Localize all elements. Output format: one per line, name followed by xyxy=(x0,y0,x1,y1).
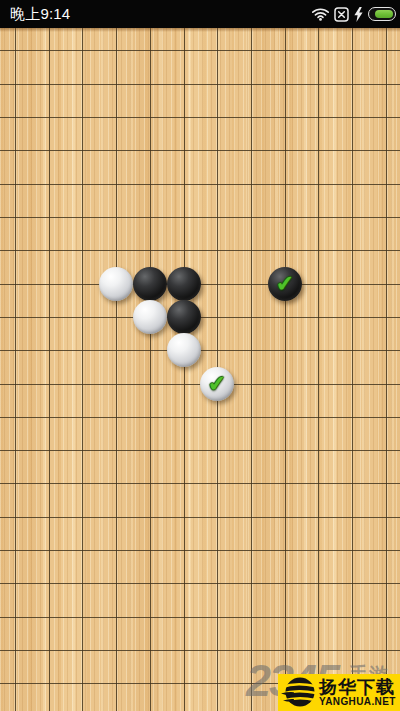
grid-line-vertical xyxy=(150,28,151,711)
grid-line-vertical xyxy=(116,28,117,711)
globe-swoosh-logo xyxy=(280,675,316,710)
stone-black xyxy=(133,267,167,301)
stone-white-confirm[interactable]: ✔ xyxy=(200,367,234,401)
grid-line-horizontal xyxy=(0,150,400,151)
go-board[interactable]: 2345 手游网 扬华下载 YANGHUA.NET ✔✔ xyxy=(0,28,400,711)
badge-title: 扬华下载 xyxy=(319,678,396,696)
grid-line-horizontal xyxy=(0,650,400,651)
charging-bolt-icon xyxy=(354,7,363,22)
grid-line-vertical xyxy=(15,28,16,711)
grid-line-vertical xyxy=(251,28,252,711)
status-bar: 晚上9:14 xyxy=(0,0,400,28)
grid-line-horizontal xyxy=(0,450,400,451)
grid-line-horizontal xyxy=(0,50,400,51)
confirm-check-icon: ✔ xyxy=(266,265,302,301)
grid-line-horizontal xyxy=(0,417,400,418)
grid-line-vertical xyxy=(285,28,286,711)
stone-black xyxy=(167,267,201,301)
badge-subtitle: YANGHUA.NET xyxy=(319,697,396,707)
grid-line-horizontal xyxy=(0,550,400,551)
grid-line-horizontal xyxy=(0,250,400,251)
grid-line-horizontal xyxy=(0,483,400,484)
wifi-icon xyxy=(312,8,329,21)
grid-line-vertical xyxy=(49,28,50,711)
stone-black-confirm[interactable]: ✔ xyxy=(268,267,302,301)
grid-line-horizontal xyxy=(0,84,400,85)
stone-white xyxy=(99,267,133,301)
sim-missing-icon xyxy=(334,7,349,22)
grid-line-horizontal xyxy=(0,217,400,218)
grid-line-horizontal xyxy=(0,117,400,118)
grid-line-vertical xyxy=(318,28,319,711)
grid-line-vertical xyxy=(386,28,387,711)
battery-icon xyxy=(368,7,396,21)
confirm-check-icon: ✔ xyxy=(199,365,235,401)
grid-line-vertical xyxy=(184,28,185,711)
stone-black xyxy=(167,300,201,334)
stone-white xyxy=(133,300,167,334)
grid-line-horizontal xyxy=(0,583,400,584)
status-icons xyxy=(312,7,396,22)
grid-line-horizontal xyxy=(0,184,400,185)
clock-time: 晚上9:14 xyxy=(10,5,70,24)
grid-line-vertical xyxy=(82,28,83,711)
battery-fill xyxy=(375,10,393,18)
grid-line-horizontal xyxy=(0,517,400,518)
phone-screen: 晚上9:14 2345 手游网 xyxy=(0,0,400,711)
grid-line-horizontal xyxy=(0,617,400,618)
grid-line-vertical xyxy=(352,28,353,711)
stone-white xyxy=(167,333,201,367)
download-badge[interactable]: 扬华下载 YANGHUA.NET xyxy=(278,674,400,711)
